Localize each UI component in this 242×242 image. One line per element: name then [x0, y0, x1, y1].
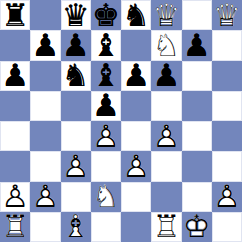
black-pawn-outline-glyph: ♙ [151, 61, 181, 91]
piece-white-pawn[interactable]: ♟♙ [212, 182, 242, 212]
square-g4[interactable] [182, 121, 212, 151]
white-pawn-outline-glyph: ♙ [212, 182, 242, 212]
black-pawn-outline-glyph: ♙ [121, 61, 151, 91]
black-knight-outline-glyph: ♘ [61, 61, 91, 91]
square-f7[interactable]: ♞♘ [151, 30, 181, 60]
square-b4[interactable] [30, 121, 60, 151]
piece-black-pawn[interactable]: ♟♙ [91, 91, 121, 121]
square-d2[interactable]: ♞♘ [91, 182, 121, 212]
square-a5[interactable] [0, 91, 30, 121]
black-pawn-outline-glyph: ♙ [0, 61, 30, 91]
square-g2[interactable] [182, 182, 212, 212]
piece-black-pawn[interactable]: ♟♙ [151, 61, 181, 91]
square-f4[interactable]: ♟♙ [151, 121, 181, 151]
piece-black-pawn[interactable]: ♟♙ [121, 61, 151, 91]
square-a7[interactable] [0, 30, 30, 60]
black-pawn-outline-glyph: ♙ [61, 30, 91, 60]
square-d5[interactable]: ♟♙ [91, 91, 121, 121]
square-e4[interactable] [121, 121, 151, 151]
square-h8[interactable]: ♛♕ [212, 0, 242, 30]
piece-black-bishop[interactable]: ♝♗ [91, 30, 121, 60]
square-g6[interactable] [182, 61, 212, 91]
square-b3[interactable] [30, 151, 60, 181]
black-rook-outline-glyph: ♖ [0, 0, 30, 30]
square-g1[interactable]: ♚♔ [182, 212, 212, 242]
square-a1[interactable]: ♜♖ [0, 212, 30, 242]
square-a8[interactable]: ♜♖ [0, 0, 30, 30]
square-c6[interactable]: ♞♘ [61, 61, 91, 91]
square-b2[interactable]: ♟♙ [30, 182, 60, 212]
square-f3[interactable] [151, 151, 181, 181]
piece-white-pawn[interactable]: ♟♙ [30, 182, 60, 212]
square-e5[interactable] [121, 91, 151, 121]
square-c8[interactable]: ♛♕ [61, 0, 91, 30]
square-d1[interactable] [91, 212, 121, 242]
square-e2[interactable] [121, 182, 151, 212]
square-a2[interactable]: ♟♙ [0, 182, 30, 212]
square-a4[interactable] [0, 121, 30, 151]
piece-white-king[interactable]: ♚♔ [182, 212, 212, 242]
square-h3[interactable] [212, 151, 242, 181]
square-e7[interactable] [121, 30, 151, 60]
square-e3[interactable]: ♟♙ [121, 151, 151, 181]
black-bishop-outline-glyph: ♗ [91, 61, 121, 91]
white-pawn-outline-glyph: ♙ [121, 151, 151, 181]
square-a6[interactable]: ♟♙ [0, 61, 30, 91]
square-g5[interactable] [182, 91, 212, 121]
square-e1[interactable] [121, 212, 151, 242]
piece-black-knight[interactable]: ♞♘ [121, 0, 151, 30]
square-c2[interactable] [61, 182, 91, 212]
black-king-outline-glyph: ♔ [91, 0, 121, 30]
square-c1[interactable]: ♝♗ [61, 212, 91, 242]
white-pawn-outline-glyph: ♙ [151, 121, 181, 151]
piece-white-knight[interactable]: ♞♘ [151, 30, 181, 60]
piece-white-rook[interactable]: ♜♖ [151, 212, 181, 242]
black-queen-outline-glyph: ♕ [61, 0, 91, 30]
square-b5[interactable] [30, 91, 60, 121]
white-rook-outline-glyph: ♖ [0, 212, 30, 242]
white-pawn-outline-glyph: ♙ [0, 182, 30, 212]
black-pawn-outline-glyph: ♙ [30, 30, 60, 60]
square-f8[interactable]: ♛♕ [151, 0, 181, 30]
piece-white-queen[interactable]: ♛♕ [212, 0, 242, 30]
piece-black-pawn[interactable]: ♟♙ [0, 61, 30, 91]
square-b1[interactable] [30, 212, 60, 242]
piece-white-queen[interactable]: ♛♕ [151, 0, 181, 30]
piece-black-knight[interactable]: ♞♘ [61, 61, 91, 91]
piece-black-pawn[interactable]: ♟♙ [30, 30, 60, 60]
square-c4[interactable] [61, 121, 91, 151]
square-f2[interactable] [151, 182, 181, 212]
piece-white-pawn[interactable]: ♟♙ [0, 182, 30, 212]
chess-board: ♜♖♛♕♚♔♞♘♛♕♛♕♟♙♟♙♝♗♞♘♟♙♟♙♞♘♝♗♟♙♟♙♟♙♟♙♟♙♟♙… [0, 0, 242, 242]
piece-black-queen[interactable]: ♛♕ [61, 0, 91, 30]
square-b6[interactable] [30, 61, 60, 91]
white-king-outline-glyph: ♔ [182, 212, 212, 242]
piece-white-pawn[interactable]: ♟♙ [91, 121, 121, 151]
white-pawn-outline-glyph: ♙ [91, 121, 121, 151]
piece-black-rook[interactable]: ♜♖ [0, 0, 30, 30]
square-a3[interactable] [0, 151, 30, 181]
black-knight-outline-glyph: ♘ [121, 0, 151, 30]
square-f6[interactable]: ♟♙ [151, 61, 181, 91]
white-knight-outline-glyph: ♘ [91, 182, 121, 212]
square-f5[interactable] [151, 91, 181, 121]
square-f1[interactable]: ♜♖ [151, 212, 181, 242]
square-h6[interactable] [212, 61, 242, 91]
piece-white-knight[interactable]: ♞♘ [91, 182, 121, 212]
piece-black-king[interactable]: ♚♔ [91, 0, 121, 30]
piece-white-rook[interactable]: ♜♖ [0, 212, 30, 242]
white-pawn-outline-glyph: ♙ [30, 182, 60, 212]
square-d6[interactable]: ♝♗ [91, 61, 121, 91]
piece-white-pawn[interactable]: ♟♙ [151, 121, 181, 151]
square-g8[interactable] [182, 0, 212, 30]
square-d8[interactable]: ♚♔ [91, 0, 121, 30]
black-pawn-outline-glyph: ♙ [91, 91, 121, 121]
square-e6[interactable]: ♟♙ [121, 61, 151, 91]
piece-white-bishop[interactable]: ♝♗ [61, 212, 91, 242]
white-knight-outline-glyph: ♘ [151, 30, 181, 60]
square-h1[interactable] [212, 212, 242, 242]
square-h2[interactable]: ♟♙ [212, 182, 242, 212]
piece-black-pawn[interactable]: ♟♙ [182, 30, 212, 60]
square-d3[interactable] [91, 151, 121, 181]
square-h5[interactable] [212, 91, 242, 121]
square-d7[interactable]: ♝♗ [91, 30, 121, 60]
white-bishop-outline-glyph: ♗ [61, 212, 91, 242]
white-rook-outline-glyph: ♖ [151, 212, 181, 242]
square-b7[interactable]: ♟♙ [30, 30, 60, 60]
square-e8[interactable]: ♞♘ [121, 0, 151, 30]
square-h4[interactable] [212, 121, 242, 151]
piece-black-bishop[interactable]: ♝♗ [91, 61, 121, 91]
white-queen-outline-glyph: ♕ [212, 0, 242, 30]
square-c3[interactable]: ♟♙ [61, 151, 91, 181]
piece-white-pawn[interactable]: ♟♙ [61, 151, 91, 181]
white-queen-outline-glyph: ♕ [151, 0, 181, 30]
piece-white-pawn[interactable]: ♟♙ [121, 151, 151, 181]
piece-black-pawn[interactable]: ♟♙ [61, 30, 91, 60]
square-d4[interactable]: ♟♙ [91, 121, 121, 151]
square-g3[interactable] [182, 151, 212, 181]
white-pawn-outline-glyph: ♙ [61, 151, 91, 181]
square-c7[interactable]: ♟♙ [61, 30, 91, 60]
black-bishop-outline-glyph: ♗ [91, 30, 121, 60]
square-c5[interactable] [61, 91, 91, 121]
square-b8[interactable] [30, 0, 60, 30]
black-pawn-outline-glyph: ♙ [182, 30, 212, 60]
square-g7[interactable]: ♟♙ [182, 30, 212, 60]
square-h7[interactable] [212, 30, 242, 60]
